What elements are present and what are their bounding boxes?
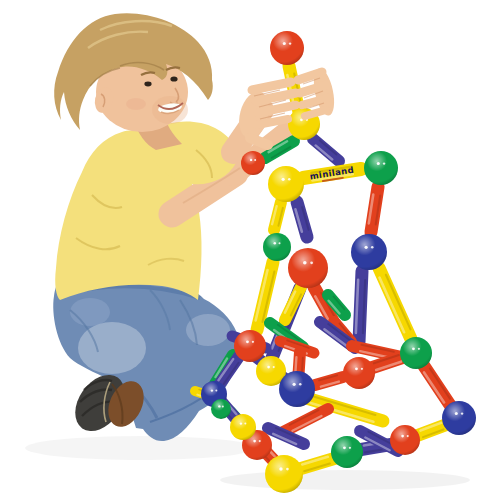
magnetic-rod-red <box>369 187 380 232</box>
magnetic-ball-red <box>234 330 266 362</box>
floor-shadow-tower <box>220 470 470 490</box>
magnetic-ball-green <box>263 233 291 261</box>
magnetic-ball-green <box>400 337 432 369</box>
magnetic-ball-yellow <box>268 166 304 202</box>
thumb <box>250 138 268 145</box>
magnetic-ball-green <box>364 151 398 185</box>
magnetic-rod-purple <box>356 271 365 342</box>
cheek-blush <box>126 98 146 110</box>
jeans-fade <box>70 298 110 326</box>
right-eye <box>170 76 177 81</box>
photo-svg: miniland <box>0 0 500 500</box>
magnetic-ball-red <box>241 151 265 175</box>
magnetic-ball-red <box>390 425 420 455</box>
photo-canvas: miniland <box>0 0 500 500</box>
magnetic-ball-red <box>270 31 304 65</box>
magnetic-ball-yellow <box>265 455 303 493</box>
magnetic-ball-blue <box>279 371 315 407</box>
magnetic-ball-blue <box>442 401 476 435</box>
magnetic-ball-red <box>288 248 328 288</box>
magnetic-ball-yellow <box>230 414 256 440</box>
floor-shadow-boy <box>25 436 255 460</box>
jeans-thigh-fade <box>186 314 230 346</box>
magnetic-ball-green <box>211 399 231 419</box>
magnetic-ball-green <box>331 436 363 468</box>
magnetic-ball-blue <box>351 234 387 270</box>
left-eye <box>144 82 151 87</box>
magnetic-ball-red <box>343 357 375 389</box>
